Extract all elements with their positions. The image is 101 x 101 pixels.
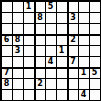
cell-r3c4[interactable] [35, 24, 45, 34]
cell-r2c8[interactable] [79, 13, 89, 23]
cell-r2c7: 3 [68, 13, 78, 23]
cell-r6c9[interactable] [90, 57, 100, 67]
cell-r1c2[interactable] [13, 2, 23, 12]
cell-r9c4[interactable] [35, 90, 45, 100]
cell-r1c7[interactable] [68, 2, 78, 12]
cell-r6c3[interactable] [24, 57, 34, 67]
cell-r6c1[interactable] [2, 57, 12, 67]
cell-r2c1[interactable] [2, 13, 12, 23]
cell-r3c8[interactable] [79, 24, 89, 34]
cell-r2c2[interactable] [13, 13, 23, 23]
cell-r9c3[interactable] [24, 90, 34, 100]
cell-r8c2[interactable] [13, 79, 23, 89]
cell-r1c5: 5 [46, 2, 56, 12]
cell-r3c9[interactable] [90, 24, 100, 34]
cell-r4c3[interactable] [24, 35, 34, 45]
cell-r8c8[interactable] [79, 79, 89, 89]
cell-r5c6: 1 [57, 46, 67, 56]
cell-r5c5[interactable] [46, 46, 56, 56]
cell-r9c7[interactable] [68, 90, 78, 100]
cell-r3c3[interactable] [24, 24, 34, 34]
cell-r6c7: 7 [68, 57, 78, 67]
cell-r7c9: 5 [90, 68, 100, 78]
cell-r4c6[interactable] [57, 35, 67, 45]
cell-r1c3: 1 [24, 2, 34, 12]
cell-r8c9[interactable] [90, 79, 100, 89]
cell-r4c1: 6 [2, 35, 12, 45]
cell-r5c1[interactable] [2, 46, 12, 56]
cell-r5c4[interactable] [35, 46, 45, 56]
cell-r4c9[interactable] [90, 35, 100, 45]
cell-r1c6[interactable] [57, 2, 67, 12]
cell-r5c2: 3 [13, 46, 23, 56]
cell-r8c6[interactable] [57, 79, 67, 89]
cell-r8c7[interactable] [68, 79, 78, 89]
cell-r1c1[interactable] [2, 2, 12, 12]
cell-r7c8: 1 [79, 68, 89, 78]
cell-r9c2[interactable] [13, 90, 23, 100]
cell-r7c3[interactable] [24, 68, 34, 78]
cell-r4c2: 8 [13, 35, 23, 45]
cell-r5c8[interactable] [79, 46, 89, 56]
cell-r7c2[interactable] [13, 68, 23, 78]
cell-r3c1[interactable] [2, 24, 12, 34]
cell-r7c7[interactable] [68, 68, 78, 78]
cell-r8c5[interactable] [46, 79, 56, 89]
cell-r9c1[interactable] [2, 90, 12, 100]
cell-r5c9[interactable] [90, 46, 100, 56]
cell-r1c9[interactable] [90, 2, 100, 12]
cell-r2c5[interactable] [46, 13, 56, 23]
cell-r7c5[interactable] [46, 68, 56, 78]
cell-r3c5[interactable] [46, 24, 56, 34]
cell-r8c1: 8 [2, 79, 12, 89]
cell-r7c1: 7 [2, 68, 12, 78]
cell-r5c7[interactable] [68, 46, 78, 56]
cell-r8c4: 2 [35, 79, 45, 89]
cell-r4c7: 2 [68, 35, 78, 45]
cell-r2c9[interactable] [90, 13, 100, 23]
cell-r9c6[interactable] [57, 90, 67, 100]
cell-r4c5[interactable] [46, 35, 56, 45]
cell-r3c6[interactable] [57, 24, 67, 34]
cell-r9c8: 4 [79, 90, 89, 100]
cell-r7c4[interactable] [35, 68, 45, 78]
cell-r8c3[interactable] [24, 79, 34, 89]
cell-r9c5[interactable] [46, 90, 56, 100]
cell-r2c4: 8 [35, 13, 45, 23]
cell-r2c6[interactable] [57, 13, 67, 23]
cell-r3c2[interactable] [13, 24, 23, 34]
sudoku-board: 15836823147715824 [0, 0, 101, 101]
cell-r7c6[interactable] [57, 68, 67, 78]
cell-r1c8[interactable] [79, 2, 89, 12]
cell-r6c8[interactable] [79, 57, 89, 67]
cell-r6c6[interactable] [57, 57, 67, 67]
cell-r4c4[interactable] [35, 35, 45, 45]
cell-r6c5: 4 [46, 57, 56, 67]
cell-r5c3[interactable] [24, 46, 34, 56]
cell-r6c2[interactable] [13, 57, 23, 67]
cell-r1c4[interactable] [35, 2, 45, 12]
cell-r3c7[interactable] [68, 24, 78, 34]
cell-r2c3[interactable] [24, 13, 34, 23]
cell-r4c8[interactable] [79, 35, 89, 45]
cell-r9c9[interactable] [90, 90, 100, 100]
cell-r6c4[interactable] [35, 57, 45, 67]
